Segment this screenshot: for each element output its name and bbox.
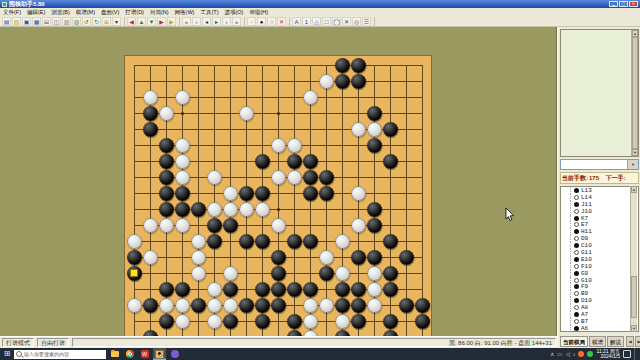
black-stone-icon — [574, 202, 579, 207]
menu-item-2[interactable]: 浏览(B) — [48, 8, 72, 16]
stone-D12 — [175, 170, 190, 185]
tree-line — [561, 304, 571, 311]
stone-O8 — [335, 234, 350, 249]
go-app-icon — [155, 350, 164, 359]
stone-O18 — [335, 74, 350, 89]
toolbar-auto-play-button[interactable]: ▶ — [167, 17, 176, 26]
stone-D13 — [175, 154, 190, 169]
stone-S7 — [399, 250, 414, 265]
toolbar-erase-button[interactable]: ✕ — [277, 17, 286, 26]
move-list-item-A7[interactable]: A7 — [561, 311, 638, 318]
move-list-item-D10[interactable]: D10 — [561, 297, 638, 304]
system-tray: ∧ ▭ ◁ ♪ 11:21 周五 2024/1/5 — [550, 348, 640, 360]
stone-D10 — [175, 202, 190, 217]
toolbar-square-mark-button[interactable]: □ — [322, 17, 331, 26]
toolbar-redo-button[interactable]: ↻ — [92, 17, 101, 26]
stone-E4 — [191, 298, 206, 313]
panel-tabs: 当前棋局棋谱解说◀▶ — [560, 334, 640, 347]
media-icon[interactable]: ♪ — [573, 351, 576, 357]
stone-O5 — [335, 282, 350, 297]
move-list-item-B9[interactable]: B9 — [561, 290, 638, 297]
stone-J13 — [255, 154, 270, 169]
stone-H11 — [239, 186, 254, 201]
status-bar: 打谱模式 自由打谱 黑: 86.00 白: 91.00 白胜 - 盘面 144+… — [0, 336, 557, 348]
move-list-scrollbar[interactable]: ▲ ▼ — [630, 186, 637, 332]
stone-G11 — [223, 186, 238, 201]
move-list-item-L14[interactable]: L14 — [561, 194, 638, 201]
white-stone-icon — [574, 195, 579, 200]
taskbar-app-chrome[interactable] — [123, 348, 136, 360]
toolbar-down-button[interactable]: ▼ — [147, 17, 156, 26]
stone-Q5 — [367, 282, 382, 297]
grid-line — [134, 241, 423, 242]
stone-A8 — [127, 234, 142, 249]
stone-G3 — [223, 314, 238, 329]
tree-line — [561, 235, 571, 242]
tab-scroll-right-icon[interactable]: ▶ — [635, 336, 640, 347]
stone-E10 — [191, 202, 206, 217]
right-panel: ▲ ▼ ▼ 当前手数:175 下一手: L13L14J11J10K7E7H11D… — [557, 27, 640, 348]
stone-L3 — [287, 314, 302, 329]
move-list-item-G10[interactable]: G10 — [561, 277, 638, 284]
stone-A4 — [127, 298, 142, 313]
status-mode: 打谱模式 — [2, 338, 34, 347]
black-stone-icon — [574, 216, 579, 221]
toolbar-save-all-button[interactable]: ▦ — [32, 17, 41, 26]
white-stone-icon — [574, 209, 579, 214]
comment-box[interactable]: ▲ ▼ — [560, 29, 639, 157]
toolbar-circle-mark-button[interactable]: ◯ — [332, 17, 341, 26]
stone-Q16 — [367, 106, 382, 121]
show-desktop-button[interactable] — [634, 348, 638, 360]
menu-item-7[interactable]: 网络(W) — [172, 8, 198, 16]
stone-C3 — [159, 314, 174, 329]
stone-T3 — [415, 314, 430, 329]
stone-P11 — [351, 186, 366, 201]
stone-L12 — [287, 170, 302, 185]
toolbar-cross-mark-button[interactable]: ✕ — [342, 17, 351, 26]
toolbar-add-white-button[interactable]: ○ — [267, 17, 276, 26]
taskbar-app-red[interactable]: W — [138, 348, 151, 360]
chrome-icon — [126, 350, 134, 358]
move-list-item-C10[interactable]: C10 — [561, 242, 638, 249]
toolbar-new-button[interactable]: ▤ — [2, 17, 11, 26]
stone-C14 — [159, 138, 174, 153]
taskbar-app-file-explorer[interactable] — [108, 348, 121, 360]
toolbar-undo-button[interactable]: ↺ — [82, 17, 91, 26]
stone-L13 — [287, 154, 302, 169]
toolbar-forward-10-button[interactable]: › — [222, 17, 231, 26]
stone-K5 — [271, 282, 286, 297]
star-point — [277, 208, 280, 211]
stone-K14 — [271, 138, 286, 153]
stone-O4 — [335, 298, 350, 313]
stone-J4 — [255, 298, 270, 313]
star-point — [277, 112, 280, 115]
stone-D14 — [175, 138, 190, 153]
stone-R13 — [383, 154, 398, 169]
stone-P5 — [351, 282, 366, 297]
window-title: 围棋助手5.80 — [9, 0, 608, 8]
white-stone-icon — [574, 264, 579, 269]
move-list-item-E10[interactable]: E10 — [561, 256, 638, 263]
menu-item-10[interactable]: 帮助(H) — [246, 8, 271, 16]
stone-L5 — [287, 282, 302, 297]
stone-D11 — [175, 186, 190, 201]
stone-D5 — [175, 282, 190, 297]
stone-M11 — [303, 186, 318, 201]
stone-Q14 — [367, 138, 382, 153]
stone-F8 — [207, 234, 222, 249]
star-point — [181, 112, 184, 115]
stone-O19 — [335, 58, 350, 73]
stone-C10 — [159, 202, 174, 217]
toolbar-first-move-button[interactable]: « — [182, 17, 191, 26]
stone-C11 — [159, 186, 174, 201]
scroll-down-icon[interactable]: ▼ — [631, 325, 637, 332]
stone-H16 — [239, 106, 254, 121]
stone-N18 — [319, 74, 334, 89]
stone-F3 — [207, 314, 222, 329]
stone-G10 — [223, 202, 238, 217]
scroll-up-icon[interactable]: ▲ — [631, 186, 637, 193]
minimize-button[interactable]: ▁ — [609, 1, 618, 7]
stone-N11 — [319, 186, 334, 201]
last-move-marker — [130, 269, 138, 277]
stone-S4 — [399, 298, 414, 313]
tab-1[interactable]: 棋谱 — [589, 336, 606, 347]
toolbar-pass-button[interactable]: ◦ — [247, 17, 256, 26]
stone-J8 — [255, 234, 270, 249]
variation-dropdown[interactable]: ▼ — [560, 159, 639, 170]
stone-C16 — [159, 106, 174, 121]
comment-scrollbar[interactable]: ▲ ▼ — [631, 30, 638, 156]
move-list-item-D9[interactable]: D9 — [561, 235, 638, 242]
toolbar-group-marks: A1△□◯✕◎☰ — [292, 17, 375, 26]
toolbar-rotate-right-button[interactable]: ▶ — [157, 17, 166, 26]
next-move-label: 下一手: — [606, 175, 626, 181]
black-stone-icon — [574, 298, 579, 303]
menu-item-3[interactable]: 棋谱(M) — [73, 8, 98, 16]
tree-line — [561, 228, 571, 235]
stone-M17 — [303, 90, 318, 105]
toolbar-open-button[interactable]: ▧ — [12, 17, 21, 26]
stone-Q15 — [367, 122, 382, 137]
stone-G6 — [223, 266, 238, 281]
toolbar-letter-mark-button[interactable]: A — [292, 17, 301, 26]
tab-0[interactable]: 当前棋局 — [560, 336, 588, 347]
stone-C5 — [159, 282, 174, 297]
black-stone-icon — [574, 326, 579, 331]
title-bar: 围棋助手5.80 ▁ ▢ ✕ — [0, 0, 640, 8]
menu-item-4[interactable]: 盘面(V) — [98, 8, 122, 16]
stone-B9 — [143, 218, 158, 233]
toolbar-group-edit-stones: ◦●○✕ — [247, 17, 290, 26]
stone-J10 — [255, 202, 270, 217]
black-stone-icon — [574, 243, 579, 248]
stone-P4 — [351, 298, 366, 313]
chat-app-icon — [171, 350, 179, 358]
menu-item-1[interactable]: 编辑(E) — [24, 8, 48, 16]
stone-R8 — [383, 234, 398, 249]
move-list-item-J11[interactable]: J11 — [561, 201, 638, 208]
move-list-item-G11[interactable]: G11 — [561, 249, 638, 256]
move-list-item-A6[interactable]: A6 — [561, 325, 638, 332]
toolbar-paste-button[interactable]: ▨ — [72, 17, 81, 26]
menu-item-8[interactable]: 工具(T) — [197, 8, 221, 16]
stone-A7 — [127, 250, 142, 265]
stone-R15 — [383, 122, 398, 137]
stone-C12 — [159, 170, 174, 185]
toolbar-back-1-button[interactable]: ◂ — [202, 17, 211, 26]
white-stone-icon — [574, 236, 579, 241]
status-score: 黑: 86.00 白: 91.00 白胜 - 盘面 144+31 — [72, 338, 556, 347]
stone-R6 — [383, 266, 398, 281]
stone-Q9 — [367, 218, 382, 233]
move-list-item-B7[interactable]: B7 — [561, 318, 638, 325]
stone-G9 — [223, 218, 238, 233]
stone-N4 — [319, 298, 334, 313]
stone-C13 — [159, 154, 174, 169]
folder-icon — [111, 351, 119, 357]
stone-P18 — [351, 74, 366, 89]
black-stone-icon — [574, 284, 579, 289]
taskbar-search[interactable]: 输入你要搜索的内容 — [14, 350, 106, 359]
tray-ime-icon[interactable]: ▭ — [557, 351, 562, 357]
move-list[interactable]: L13L14J11J10K7E7H11D9C10G11E10F10G9G10F9… — [560, 186, 639, 332]
toolbar-copy-button[interactable]: ▥ — [62, 17, 71, 26]
tree-line — [561, 318, 571, 325]
red-app-icon: W — [141, 350, 149, 358]
stone-K4 — [271, 298, 286, 313]
tray-green-icon[interactable] — [587, 351, 593, 357]
tree-line — [561, 215, 571, 222]
tree-line — [561, 208, 571, 215]
maximize-button[interactable]: ▢ — [619, 1, 628, 7]
toolbar-add-black-button[interactable]: ● — [257, 17, 266, 26]
stone-M12 — [303, 170, 318, 185]
scroll-thumb[interactable] — [631, 276, 637, 318]
stone-G5 — [223, 282, 238, 297]
toolbar-zoom-button[interactable]: ◎ — [352, 17, 361, 26]
stone-O3 — [335, 314, 350, 329]
stone-A6 — [127, 266, 142, 281]
status-submode: 自由打谱 — [37, 338, 69, 347]
menu-item-0[interactable]: 文件(F) — [0, 8, 24, 16]
stone-J3 — [255, 314, 270, 329]
stone-M13 — [303, 154, 318, 169]
stone-O6 — [335, 266, 350, 281]
grid-line — [390, 65, 391, 354]
menu-bar: 文件(F)编辑(E)浏览(B)棋谱(M)盘面(V)打谱(D)对局(N)网络(W)… — [0, 8, 640, 16]
toolbar-back-10-button[interactable]: ‹ — [192, 17, 201, 26]
close-button[interactable]: ✕ — [629, 1, 638, 7]
tab-scroll-left-icon[interactable]: ◀ — [626, 336, 634, 347]
stone-F9 — [207, 218, 222, 233]
move-list-item-E7[interactable]: E7 — [561, 221, 638, 228]
stone-R3 — [383, 314, 398, 329]
stone-P15 — [351, 122, 366, 137]
tree-line — [561, 277, 571, 284]
white-stone-icon — [574, 278, 579, 283]
volume-icon[interactable]: ◁ — [565, 351, 569, 357]
stone-E6 — [191, 266, 206, 281]
toolbar: ▤▧▣▦⊟◫▥▨↺↻⊞▾◀▲▼▶▶«‹◂▸›»◦●○✕A1△□◯✕◎☰ — [0, 16, 640, 27]
stone-B15 — [143, 122, 158, 137]
stone-L14 — [287, 138, 302, 153]
menu-item-9[interactable]: 选项(O) — [221, 8, 246, 16]
stone-D3 — [175, 314, 190, 329]
toolbar-settings-button[interactable]: ☰ — [362, 17, 371, 26]
move-list-item-F10[interactable]: F10 — [561, 263, 638, 270]
tree-line — [561, 187, 571, 194]
stone-C9 — [159, 218, 174, 233]
stone-R5 — [383, 282, 398, 297]
stone-Q6 — [367, 266, 382, 281]
chevron-down-icon[interactable]: ▼ — [627, 160, 638, 169]
tree-line — [561, 249, 571, 256]
tree-line — [561, 194, 571, 201]
move-coord: A6 — [581, 325, 588, 332]
tree-line — [561, 201, 571, 208]
stone-B16 — [143, 106, 158, 121]
toolbar-triangle-mark-button[interactable]: △ — [312, 17, 321, 26]
toolbar-new-board-button[interactable]: ⊞ — [102, 17, 111, 26]
stone-F4 — [207, 298, 222, 313]
tree-line — [561, 325, 571, 332]
stone-M5 — [303, 282, 318, 297]
toolbar-preview-button[interactable]: ◫ — [52, 17, 61, 26]
toolbar-group-navigation: «‹◂▸›» — [182, 17, 245, 26]
tree-line — [561, 297, 571, 304]
stone-D17 — [175, 90, 190, 105]
stone-K12 — [271, 170, 286, 185]
stone-D9 — [175, 218, 190, 233]
move-list-item-H11[interactable]: H11 — [561, 228, 638, 235]
tree-line — [561, 221, 571, 228]
app-icon — [2, 2, 7, 7]
tree-line — [561, 311, 571, 318]
stone-K9 — [271, 218, 286, 233]
stone-P19 — [351, 58, 366, 73]
mouse-cursor — [505, 208, 514, 221]
menu-item-6[interactable]: 对局(N) — [147, 8, 172, 16]
tree-line — [561, 290, 571, 297]
white-stone-icon — [574, 222, 579, 227]
tree-line — [561, 283, 571, 290]
toolbar-print-button[interactable]: ⊟ — [42, 17, 51, 26]
menu-item-5[interactable]: 打谱(D) — [122, 8, 147, 16]
tray-expand-icon[interactable]: ∧ — [550, 351, 554, 357]
tray-orange-icon[interactable] — [578, 351, 584, 357]
black-stone-icon — [574, 257, 579, 262]
tab-2[interactable]: 解说 — [607, 336, 624, 347]
stone-N7 — [319, 250, 334, 265]
black-stone-icon — [574, 271, 579, 276]
stone-E7 — [191, 250, 206, 265]
stone-M8 — [303, 234, 318, 249]
stone-K7 — [271, 250, 286, 265]
board-panel — [0, 27, 557, 336]
toolbar-group-file: ▤▧▣▦⊟◫▥▨↺↻⊞▾ — [2, 17, 125, 26]
search-icon — [16, 351, 22, 357]
stone-P7 — [351, 250, 366, 265]
stone-F12 — [207, 170, 222, 185]
scroll-thumb[interactable] — [632, 37, 638, 149]
move-count-label: 当前手数: — [562, 175, 588, 181]
move-count-value: 175 — [589, 175, 599, 181]
stone-E8 — [191, 234, 206, 249]
tree-line — [561, 270, 571, 277]
stone-M3 — [303, 314, 318, 329]
move-list-item-K7[interactable]: K7 — [561, 215, 638, 222]
taskbar-app-chat[interactable] — [168, 348, 181, 360]
taskbar-clock[interactable]: 11:21 周五 2024/1/5 — [596, 349, 620, 360]
stone-Q7 — [367, 250, 382, 265]
move-list-item-F9[interactable]: F9 — [561, 283, 638, 290]
tree-line — [561, 242, 571, 249]
black-stone-icon — [574, 229, 579, 234]
action-center-icon[interactable] — [623, 350, 631, 358]
move-list-item-L13[interactable]: L13 — [561, 187, 638, 194]
toolbar-rotate-left-button[interactable]: ◀ — [127, 17, 136, 26]
clock-date: 2024/1/5 — [596, 354, 620, 360]
stone-B17 — [143, 90, 158, 105]
white-stone-icon — [574, 305, 579, 310]
grid-line — [294, 65, 295, 354]
white-stone-icon — [574, 250, 579, 255]
go-board[interactable] — [124, 55, 432, 360]
toolbar-up-button[interactable]: ▲ — [137, 17, 146, 26]
move-list-item-A8[interactable]: A8 — [561, 304, 638, 311]
stone-B4 — [143, 298, 158, 313]
stone-M4 — [303, 298, 318, 313]
stone-L8 — [287, 234, 302, 249]
stone-F5 — [207, 282, 222, 297]
stone-P9 — [351, 218, 366, 233]
move-list-item-G9[interactable]: G9 — [561, 270, 638, 277]
stone-F10 — [207, 202, 222, 217]
stone-C4 — [159, 298, 174, 313]
stone-N6 — [319, 266, 334, 281]
stone-J11 — [255, 186, 270, 201]
stone-J5 — [255, 282, 270, 297]
move-list-item-J10[interactable]: J10 — [561, 208, 638, 215]
stone-P3 — [351, 314, 366, 329]
toolbar-forward-1-button[interactable]: ▸ — [212, 17, 221, 26]
scroll-down-icon[interactable]: ▼ — [632, 149, 638, 156]
black-stone-icon — [574, 188, 579, 193]
tree-line — [561, 256, 571, 263]
scroll-up-icon[interactable]: ▲ — [632, 30, 638, 37]
stone-H8 — [239, 234, 254, 249]
toolbar-group-move-arrows: ◀▲▼▶▶ — [127, 17, 180, 26]
toolbar-last-move-button[interactable]: » — [232, 17, 241, 26]
stone-T4 — [415, 298, 430, 313]
taskbar-app-go-active[interactable] — [153, 348, 166, 360]
toolbar-more-button[interactable]: ▾ — [112, 17, 121, 26]
stone-K6 — [271, 266, 286, 281]
stone-Q4 — [367, 298, 382, 313]
tree-line — [561, 263, 571, 270]
stone-D4 — [175, 298, 190, 313]
desktop: 围棋助手5.80 ▁ ▢ ✕ 文件(F)编辑(E)浏览(B)棋谱(M)盘面(V)… — [0, 0, 640, 360]
start-button[interactable]: ⊞ — [0, 348, 14, 360]
toolbar-save-button[interactable]: ▣ — [22, 17, 31, 26]
move-info-bar: 当前手数:175 下一手: — [560, 172, 639, 184]
toolbar-number-mark-button[interactable]: 1 — [302, 17, 311, 26]
search-placeholder: 输入你要搜索的内容 — [24, 351, 69, 357]
